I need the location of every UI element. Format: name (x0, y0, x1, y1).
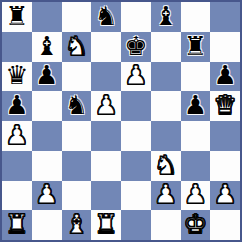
square-h2[interactable]: ♟ (210, 181, 240, 211)
square-e8[interactable] (121, 2, 151, 32)
square-d3[interactable] (91, 151, 121, 181)
chess-board: ♜♞♝♝♞♚♜♛♟♟♟♟♞♟♟♛♟♞♟♟♟♟♜♝♜♚ (0, 0, 242, 242)
square-g7[interactable]: ♜ (181, 32, 211, 62)
square-b7[interactable]: ♝ (32, 32, 62, 62)
square-d4[interactable] (91, 121, 121, 151)
black-bishop[interactable]: ♝ (35, 33, 58, 59)
square-f7[interactable] (151, 32, 181, 62)
square-a4[interactable]: ♟ (2, 121, 32, 151)
square-c3[interactable] (62, 151, 92, 181)
square-c7[interactable]: ♞ (62, 32, 92, 62)
square-h7[interactable] (210, 32, 240, 62)
black-knight[interactable]: ♞ (65, 92, 88, 118)
square-d5[interactable]: ♟ (91, 91, 121, 121)
square-a1[interactable]: ♜ (2, 210, 32, 240)
black-pawn[interactable]: ♟ (213, 62, 236, 88)
square-h3[interactable] (210, 151, 240, 181)
white-rook[interactable]: ♜ (94, 211, 117, 237)
white-queen[interactable]: ♛ (213, 92, 236, 118)
white-pawn[interactable]: ♟ (5, 122, 28, 148)
black-bishop[interactable]: ♝ (154, 3, 177, 29)
square-d6[interactable] (91, 62, 121, 92)
square-h6[interactable]: ♟ (210, 62, 240, 92)
square-g4[interactable] (181, 121, 211, 151)
square-g1[interactable]: ♚ (181, 210, 211, 240)
white-pawn[interactable]: ♟ (154, 181, 177, 207)
white-pawn[interactable]: ♟ (124, 62, 147, 88)
square-a8[interactable]: ♜ (2, 2, 32, 32)
square-a3[interactable] (2, 151, 32, 181)
square-d7[interactable] (91, 32, 121, 62)
square-c6[interactable] (62, 62, 92, 92)
square-c2[interactable] (62, 181, 92, 211)
square-g5[interactable]: ♟ (181, 91, 211, 121)
square-a5[interactable]: ♟ (2, 91, 32, 121)
square-g8[interactable] (181, 2, 211, 32)
black-rook[interactable]: ♜ (5, 3, 28, 29)
black-king[interactable]: ♚ (124, 33, 147, 59)
square-h4[interactable] (210, 121, 240, 151)
square-f4[interactable] (151, 121, 181, 151)
square-f8[interactable]: ♝ (151, 2, 181, 32)
square-f2[interactable]: ♟ (151, 181, 181, 211)
white-pawn[interactable]: ♟ (213, 181, 236, 207)
square-d1[interactable]: ♜ (91, 210, 121, 240)
square-e4[interactable] (121, 121, 151, 151)
square-f5[interactable] (151, 91, 181, 121)
square-a2[interactable] (2, 181, 32, 211)
white-rook[interactable]: ♜ (5, 211, 28, 237)
square-b4[interactable] (32, 121, 62, 151)
white-pawn[interactable]: ♟ (184, 181, 207, 207)
square-e3[interactable] (121, 151, 151, 181)
square-d8[interactable]: ♞ (91, 2, 121, 32)
square-e1[interactable] (121, 210, 151, 240)
square-b1[interactable] (32, 210, 62, 240)
square-h1[interactable] (210, 210, 240, 240)
white-bishop[interactable]: ♝ (65, 211, 88, 237)
white-knight[interactable]: ♞ (65, 33, 88, 59)
square-b8[interactable] (32, 2, 62, 32)
black-pawn[interactable]: ♟ (5, 92, 28, 118)
square-g2[interactable]: ♟ (181, 181, 211, 211)
black-knight[interactable]: ♞ (94, 3, 117, 29)
white-king[interactable]: ♚ (184, 211, 207, 237)
white-pawn[interactable]: ♟ (35, 181, 58, 207)
square-g3[interactable] (181, 151, 211, 181)
square-h8[interactable] (210, 2, 240, 32)
square-f1[interactable] (151, 210, 181, 240)
square-a7[interactable] (2, 32, 32, 62)
black-pawn[interactable]: ♟ (184, 92, 207, 118)
black-rook[interactable]: ♜ (184, 33, 207, 59)
square-b2[interactable]: ♟ (32, 181, 62, 211)
square-c1[interactable]: ♝ (62, 210, 92, 240)
square-f3[interactable]: ♞ (151, 151, 181, 181)
square-e2[interactable] (121, 181, 151, 211)
square-e6[interactable]: ♟ (121, 62, 151, 92)
square-f6[interactable] (151, 62, 181, 92)
square-h5[interactable]: ♛ (210, 91, 240, 121)
square-b6[interactable]: ♟ (32, 62, 62, 92)
white-knight[interactable]: ♞ (154, 152, 177, 178)
white-pawn[interactable]: ♟ (94, 92, 117, 118)
square-e7[interactable]: ♚ (121, 32, 151, 62)
black-pawn[interactable]: ♟ (35, 62, 58, 88)
square-c8[interactable] (62, 2, 92, 32)
square-d2[interactable] (91, 181, 121, 211)
square-c4[interactable] (62, 121, 92, 151)
black-queen[interactable]: ♛ (5, 62, 28, 88)
square-a6[interactable]: ♛ (2, 62, 32, 92)
square-g6[interactable] (181, 62, 211, 92)
square-c5[interactable]: ♞ (62, 91, 92, 121)
square-b5[interactable] (32, 91, 62, 121)
square-e5[interactable] (121, 91, 151, 121)
square-b3[interactable] (32, 151, 62, 181)
